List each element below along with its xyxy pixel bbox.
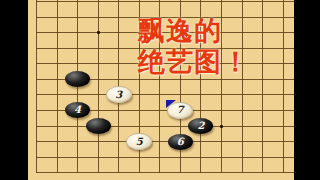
grid-line-horizontal bbox=[36, 172, 294, 173]
caption-line-1: 飘逸的 bbox=[138, 15, 250, 46]
last-move-triangle-marker bbox=[166, 100, 176, 108]
stone-move-number: 2 bbox=[197, 121, 204, 131]
stone-move-number: 6 bbox=[177, 136, 184, 146]
star-point bbox=[220, 125, 223, 128]
stone-move-number: 5 bbox=[136, 136, 143, 146]
star-point bbox=[97, 31, 100, 34]
letterbox-right bbox=[294, 0, 320, 180]
go-stone-black-h3: 6 bbox=[168, 134, 193, 150]
grid-line-horizontal bbox=[36, 126, 294, 127]
stone-move-number: 4 bbox=[74, 105, 81, 115]
grid-line-horizontal bbox=[36, 141, 294, 142]
grid-line-vertical bbox=[57, 0, 58, 173]
grid-line-horizontal bbox=[36, 157, 294, 158]
stone-move-number: 3 bbox=[115, 89, 122, 99]
video-caption: 飘逸的 绝艺图！ bbox=[138, 15, 250, 77]
letterbox-left bbox=[0, 0, 28, 180]
grid-line-vertical bbox=[98, 0, 99, 173]
grid-line-vertical bbox=[36, 0, 37, 173]
grid-line-horizontal bbox=[36, 94, 294, 95]
go-stone-black-c7 bbox=[65, 71, 90, 87]
go-stone-white-h5: 7 bbox=[167, 102, 193, 119]
stone-move-number: 7 bbox=[177, 105, 184, 115]
go-stone-white-f3: 5 bbox=[126, 133, 152, 150]
caption-line-2: 绝艺图！ bbox=[138, 46, 250, 77]
go-stone-black-j4: 2 bbox=[188, 118, 213, 134]
grid-line-vertical bbox=[283, 0, 284, 173]
video-frame: 345726 飘逸的 绝艺图！ bbox=[0, 0, 320, 180]
go-stone-black-c5: 4 bbox=[65, 102, 90, 118]
grid-line-vertical bbox=[262, 0, 263, 173]
go-stone-white-e6: 3 bbox=[106, 86, 132, 103]
go-stone-black-d4 bbox=[86, 118, 111, 134]
grid-line-horizontal bbox=[36, 1, 294, 2]
